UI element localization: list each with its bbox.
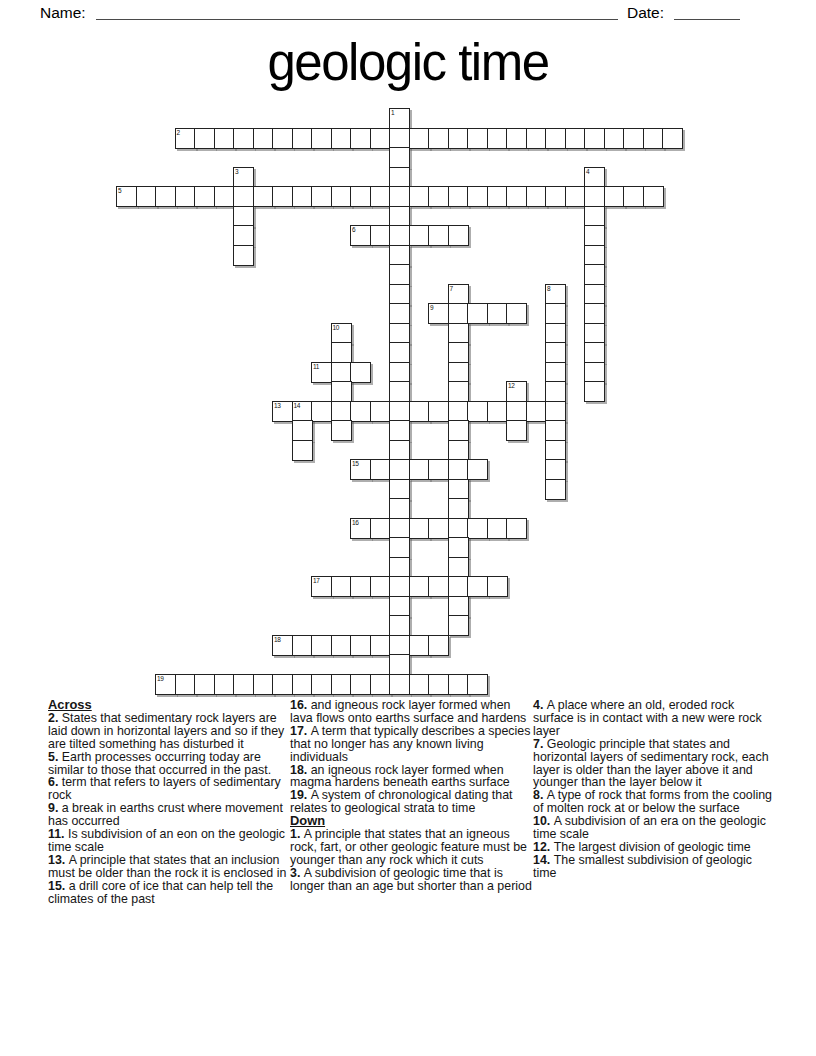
grid-cell-r18c13[interactable] — [370, 459, 391, 480]
clue-number-9: 9 — [430, 304, 433, 311]
grid-cell-r18c22[interactable] — [545, 459, 566, 480]
grid-cell-r27c16[interactable] — [428, 635, 449, 656]
grid-cell-r29c11[interactable] — [331, 674, 352, 695]
grid-cell-r29c5[interactable] — [214, 674, 235, 695]
grid-cell-r1c19[interactable] — [487, 128, 508, 149]
grid-cell-r21c12[interactable]: 16 — [350, 518, 371, 539]
clue-down-10: 10. A subdivision of an era on the geolo… — [533, 815, 775, 841]
grid-cell-r1c3[interactable]: 2 — [175, 128, 196, 149]
grid-cell-r27c15[interactable] — [409, 635, 430, 656]
grid-cell-r4c1[interactable] — [136, 186, 157, 207]
grid-cell-r13c14[interactable] — [389, 362, 410, 383]
clues-column-3: 4. A place where an old, eroded rock sur… — [533, 699, 775, 880]
grid-cell-r9c14[interactable] — [389, 284, 410, 305]
grid-cell-r8c24[interactable] — [584, 264, 605, 285]
date-label: Date: — [627, 4, 664, 22]
grid-cell-r3c6[interactable]: 3 — [233, 167, 254, 188]
grid-cell-r29c4[interactable] — [194, 674, 215, 695]
clue-number-14: 14 — [294, 402, 301, 409]
grid-cell-r1c5[interactable] — [214, 128, 235, 149]
grid-cell-r6c15[interactable] — [409, 225, 430, 246]
grid-cell-r17c22[interactable] — [545, 440, 566, 461]
grid-cell-r1c20[interactable] — [506, 128, 527, 149]
grid-cell-r15c15[interactable] — [409, 401, 430, 422]
grid-cell-r24c14[interactable] — [389, 576, 410, 597]
grid-cell-r21c15[interactable] — [409, 518, 430, 539]
grid-cell-r19c22[interactable] — [545, 479, 566, 500]
grid-cell-r21c14[interactable] — [389, 518, 410, 539]
grid-cell-r1c9[interactable] — [292, 128, 313, 149]
grid-cell-r1c11[interactable] — [331, 128, 352, 149]
grid-cell-r15c13[interactable] — [370, 401, 391, 422]
grid-cell-r26c17[interactable] — [448, 615, 469, 636]
grid-cell-r14c17[interactable] — [448, 381, 469, 402]
clue-down-4: 4. A place where an old, eroded rock sur… — [533, 699, 775, 738]
grid-cell-r11c11[interactable]: 10 — [331, 323, 352, 344]
clue-down-14: 14. The smallest subdivision of geologic… — [533, 854, 775, 880]
grid-cell-r20c17[interactable] — [448, 498, 469, 519]
grid-cell-r12c14[interactable] — [389, 342, 410, 363]
grid-cell-r29c2[interactable]: 19 — [155, 674, 176, 695]
grid-cell-r1c12[interactable] — [350, 128, 371, 149]
grid-cell-r4c24[interactable] — [584, 186, 605, 207]
grid-cell-r14c11[interactable] — [331, 381, 352, 402]
clue-num-label: 9. — [48, 801, 62, 815]
grid-cell-r6c24[interactable] — [584, 225, 605, 246]
clue-num-label: 15. — [48, 879, 69, 893]
grid-cell-r1c27[interactable] — [643, 128, 664, 149]
grid-cell-r23c14[interactable] — [389, 557, 410, 578]
clue-number-1: 1 — [391, 109, 394, 116]
grid-cell-r24c17[interactable] — [448, 576, 469, 597]
clue-across-2: 2. States that sedimentary rock layers a… — [48, 712, 288, 751]
name-label: Name: — [40, 4, 86, 22]
clue-across-11: 11. Is subdivision of an eon on the geol… — [48, 828, 288, 854]
grid-cell-r29c3[interactable] — [175, 674, 196, 695]
clue-number-18: 18 — [274, 636, 281, 643]
grid-cell-r18c15[interactable] — [409, 459, 430, 480]
grid-cell-r20c14[interactable] — [389, 498, 410, 519]
grid-cell-r4c5[interactable] — [214, 186, 235, 207]
grid-cell-r4c26[interactable] — [623, 186, 644, 207]
grid-cell-r6c13[interactable] — [370, 225, 391, 246]
grid-cell-r9c22[interactable]: 8 — [545, 284, 566, 305]
grid-cell-r15c17[interactable] — [448, 401, 469, 422]
grid-cell-r13c22[interactable] — [545, 362, 566, 383]
clue-num-label: 7. — [533, 737, 547, 751]
grid-cell-r27c13[interactable] — [370, 635, 391, 656]
grid-cell-r10c22[interactable] — [545, 303, 566, 324]
grid-cell-r29c7[interactable] — [253, 674, 274, 695]
clue-num-label: 8. — [533, 788, 547, 802]
grid-cell-r10c14[interactable] — [389, 303, 410, 324]
grid-cell-r13c12[interactable] — [350, 362, 371, 383]
grid-cell-r29c10[interactable] — [311, 674, 332, 695]
grid-cell-r4c22[interactable] — [545, 186, 566, 207]
grid-cell-r4c3[interactable] — [175, 186, 196, 207]
grid-cell-r24c18[interactable] — [467, 576, 488, 597]
grid-cell-r10c20[interactable] — [506, 303, 527, 324]
grid-cell-r10c24[interactable] — [584, 303, 605, 324]
grid-cell-r4c16[interactable] — [428, 186, 449, 207]
clue-across-17: 17. A term that typically describes a sp… — [290, 725, 533, 764]
grid-cell-r1c28[interactable] — [662, 128, 683, 149]
grid-cell-r29c16[interactable] — [428, 674, 449, 695]
grid-cell-r18c14[interactable] — [389, 459, 410, 480]
grid-cell-r29c12[interactable] — [350, 674, 371, 695]
grid-cell-r29c13[interactable] — [370, 674, 391, 695]
grid-cell-r21c20[interactable] — [506, 518, 527, 539]
grid-cell-r16c14[interactable] — [389, 420, 410, 441]
grid-cell-r4c27[interactable] — [643, 186, 664, 207]
clue-number-5: 5 — [118, 187, 121, 194]
clue-across-13: 13. A principle that states that an incl… — [48, 854, 288, 880]
puzzle-title: geologic time — [0, 33, 816, 92]
grid-cell-r6c6[interactable] — [233, 225, 254, 246]
grid-cell-r3c24[interactable]: 4 — [584, 167, 605, 188]
clue-number-3: 3 — [235, 168, 238, 175]
clue-num-label: 3. — [290, 866, 304, 880]
grid-cell-r4c23[interactable] — [565, 186, 586, 207]
grid-cell-r9c17[interactable]: 7 — [448, 284, 469, 305]
grid-cell-r4c4[interactable] — [194, 186, 215, 207]
clue-down-7: 7. Geologic principle that states and ho… — [533, 738, 775, 790]
grid-cell-r4c20[interactable] — [506, 186, 527, 207]
clue-num-label: 10. — [533, 814, 554, 828]
grid-cell-r1c26[interactable] — [623, 128, 644, 149]
grid-cell-r16c11[interactable] — [331, 420, 352, 441]
clue-across-9: 9. a break in earths crust where movemen… — [48, 802, 288, 828]
grid-cell-r10c16[interactable]: 9 — [428, 303, 449, 324]
clue-across-19: 19. A system of chronological dating tha… — [290, 789, 533, 815]
grid-cell-r8c14[interactable] — [389, 264, 410, 285]
grid-cell-r24c15[interactable] — [409, 576, 430, 597]
grid-cell-r1c6[interactable] — [233, 128, 254, 149]
grid-cell-r24c11[interactable] — [331, 576, 352, 597]
grid-cell-r27c14[interactable] — [389, 635, 410, 656]
grid-cell-r0c14[interactable]: 1 — [389, 108, 410, 129]
grid-cell-r1c8[interactable] — [272, 128, 293, 149]
grid-cell-r14c24[interactable] — [584, 381, 605, 402]
grid-cell-r4c12[interactable] — [350, 186, 371, 207]
grid-cell-r15c9[interactable]: 14 — [292, 401, 313, 422]
clue-number-2: 2 — [177, 129, 180, 136]
grid-cell-r1c25[interactable] — [604, 128, 625, 149]
grid-cell-r4c21[interactable] — [526, 186, 547, 207]
grid-cell-r5c6[interactable] — [233, 206, 254, 227]
grid-cell-r29c9[interactable] — [292, 674, 313, 695]
clue-num-label: 4. — [533, 698, 547, 712]
grid-cell-r2c14[interactable] — [389, 147, 410, 168]
grid-cell-r4c9[interactable] — [292, 186, 313, 207]
clue-number-11: 11 — [313, 363, 319, 370]
across-header: Across — [48, 699, 288, 712]
grid-cell-r5c14[interactable] — [389, 206, 410, 227]
grid-cell-r18c18[interactable] — [467, 459, 488, 480]
clue-down-1: 1. A principle that states that an igneo… — [290, 828, 533, 867]
grid-cell-r1c18[interactable] — [467, 128, 488, 149]
grid-cell-r15c20[interactable] — [506, 401, 527, 422]
grid-cell-r29c17[interactable] — [448, 674, 469, 695]
grid-cell-r17c9[interactable] — [292, 440, 313, 461]
grid-cell-r12c17[interactable] — [448, 342, 469, 363]
grid-cell-r11c14[interactable] — [389, 323, 410, 344]
clue-across-15: 15. a drill core of ice that can help te… — [48, 880, 288, 906]
clue-number-16: 16 — [352, 519, 359, 526]
grid-cell-r21c18[interactable] — [467, 518, 488, 539]
grid-cell-r1c17[interactable] — [448, 128, 469, 149]
grid-cell-r15c19[interactable] — [487, 401, 508, 422]
grid-cell-r4c7[interactable] — [253, 186, 274, 207]
grid-cell-r1c10[interactable] — [311, 128, 332, 149]
grid-cell-r15c22[interactable] — [545, 401, 566, 422]
grid-cell-r24c16[interactable] — [428, 576, 449, 597]
grid-cell-r4c19[interactable] — [487, 186, 508, 207]
clue-number-10: 10 — [333, 324, 340, 331]
grid-cell-r27c12[interactable] — [350, 635, 371, 656]
grid-cell-r16c9[interactable] — [292, 420, 313, 441]
clue-num-label: 6. — [48, 775, 62, 789]
grid-cell-r21c16[interactable] — [428, 518, 449, 539]
grid-cell-r16c22[interactable] — [545, 420, 566, 441]
grid-cell-r1c13[interactable] — [370, 128, 391, 149]
grid-cell-r6c14[interactable] — [389, 225, 410, 246]
grid-cell-r13c10[interactable]: 11 — [311, 362, 332, 383]
grid-cell-r1c14[interactable] — [389, 128, 410, 149]
grid-cell-r12c22[interactable] — [545, 342, 566, 363]
clue-number-15: 15 — [352, 460, 359, 467]
grid-cell-r4c18[interactable] — [467, 186, 488, 207]
grid-cell-r15c12[interactable] — [350, 401, 371, 422]
grid-cell-r22c14[interactable] — [389, 537, 410, 558]
grid-cell-r4c25[interactable] — [604, 186, 625, 207]
grid-cell-r5c24[interactable] — [584, 206, 605, 227]
clue-number-19: 19 — [157, 675, 164, 682]
grid-cell-r19c14[interactable] — [389, 479, 410, 500]
grid-cell-r28c14[interactable] — [389, 654, 410, 675]
grid-cell-r4c14[interactable] — [389, 186, 410, 207]
clue-number-6: 6 — [352, 226, 355, 233]
clue-num-label: 19. — [290, 788, 311, 802]
grid-cell-r12c24[interactable] — [584, 342, 605, 363]
grid-cell-r24c13[interactable] — [370, 576, 391, 597]
grid-cell-r11c24[interactable] — [584, 323, 605, 344]
grid-cell-r26c14[interactable] — [389, 615, 410, 636]
clue-number-12: 12 — [508, 382, 515, 389]
grid-cell-r11c17[interactable] — [448, 323, 469, 344]
grid-cell-r10c18[interactable] — [467, 303, 488, 324]
grid-cell-r15c11[interactable] — [331, 401, 352, 422]
grid-cell-r7c24[interactable] — [584, 245, 605, 266]
grid-cell-r15c18[interactable] — [467, 401, 488, 422]
clue-num-label: 5. — [48, 750, 62, 764]
grid-cell-r29c15[interactable] — [409, 674, 430, 695]
grid-cell-r25c17[interactable] — [448, 596, 469, 617]
grid-cell-r27c9[interactable] — [292, 635, 313, 656]
clue-num-label: 17. — [290, 724, 311, 738]
grid-cell-r4c15[interactable] — [409, 186, 430, 207]
grid-cell-r18c12[interactable]: 15 — [350, 459, 371, 480]
grid-cell-r27c8[interactable]: 18 — [272, 635, 293, 656]
grid-cell-r11c22[interactable] — [545, 323, 566, 344]
grid-cell-r15c10[interactable] — [311, 401, 332, 422]
name-blank-line[interactable] — [96, 19, 618, 20]
grid-cell-r21c17[interactable] — [448, 518, 469, 539]
grid-cell-r13c11[interactable] — [331, 362, 352, 383]
crossword-grid: 12345678910111213141516171819 — [116, 108, 683, 695]
clue-num-label: 2. — [48, 711, 62, 725]
grid-cell-r15c8[interactable]: 13 — [272, 401, 293, 422]
grid-cell-r4c2[interactable] — [155, 186, 176, 207]
clue-across-18: 18. an igneous rock layer formed when ma… — [290, 764, 533, 790]
clue-down-8: 8. A type of rock that forms from the co… — [533, 789, 775, 815]
grid-cell-r23c17[interactable] — [448, 557, 469, 578]
clue-num-label: 13. — [48, 853, 69, 867]
clue-num-label: 12. — [533, 840, 554, 854]
clue-number-7: 7 — [450, 285, 453, 292]
grid-cell-r16c17[interactable] — [448, 420, 469, 441]
grid-cell-r14c14[interactable] — [389, 381, 410, 402]
grid-cell-r6c12[interactable]: 6 — [350, 225, 371, 246]
grid-cell-r14c22[interactable] — [545, 381, 566, 402]
grid-cell-r27c11[interactable] — [331, 635, 352, 656]
grid-cell-r4c10[interactable] — [311, 186, 332, 207]
grid-cell-r1c21[interactable] — [526, 128, 547, 149]
clue-num-label: 11. — [48, 827, 68, 841]
grid-cell-r1c7[interactable] — [253, 128, 274, 149]
clue-across-16: 16. and igneous rock layer formed when l… — [290, 699, 533, 725]
clue-down-3: 3. A subdivision of geologic time that i… — [290, 867, 533, 893]
grid-cell-r15c21[interactable] — [526, 401, 547, 422]
date-blank-line[interactable] — [674, 19, 740, 20]
grid-cell-r1c22[interactable] — [545, 128, 566, 149]
grid-cell-r16c20[interactable] — [506, 420, 527, 441]
clue-number-17: 17 — [313, 577, 320, 584]
grid-cell-r17c17[interactable] — [448, 440, 469, 461]
grid-cell-r4c0[interactable]: 5 — [116, 186, 137, 207]
grid-cell-r21c19[interactable] — [487, 518, 508, 539]
grid-cell-r4c13[interactable] — [370, 186, 391, 207]
grid-cell-r18c16[interactable] — [428, 459, 449, 480]
grid-cell-r21c13[interactable] — [370, 518, 391, 539]
grid-cell-r1c15[interactable] — [409, 128, 430, 149]
grid-cell-r10c19[interactable] — [487, 303, 508, 324]
grid-cell-r1c24[interactable] — [584, 128, 605, 149]
clue-number-4: 4 — [586, 168, 589, 175]
grid-cell-r15c16[interactable] — [428, 401, 449, 422]
grid-cell-r13c24[interactable] — [584, 362, 605, 383]
grid-cell-r13c17[interactable] — [448, 362, 469, 383]
clue-across-5: 5. Earth processes occurring today are s… — [48, 751, 288, 777]
grid-cell-r4c6[interactable] — [233, 186, 254, 207]
grid-cell-r25c14[interactable] — [389, 596, 410, 617]
clue-down-12: 12. The largest division of geologic tim… — [533, 841, 775, 854]
grid-cell-r7c6[interactable] — [233, 245, 254, 266]
clue-num-label: 14. — [533, 853, 554, 867]
grid-cell-r3c14[interactable] — [389, 167, 410, 188]
grid-cell-r1c4[interactable] — [194, 128, 215, 149]
grid-cell-r24c10[interactable]: 17 — [311, 576, 332, 597]
grid-cell-r24c12[interactable] — [350, 576, 371, 597]
clues-column-1: Across2. States that sedimentary rock la… — [48, 699, 288, 906]
clue-num-label: 18. — [290, 763, 311, 777]
grid-cell-r1c23[interactable] — [565, 128, 586, 149]
clue-num-label: 1. — [290, 827, 304, 841]
clue-number-8: 8 — [547, 285, 550, 292]
grid-cell-r24c19[interactable] — [487, 576, 508, 597]
grid-cell-r22c17[interactable] — [448, 537, 469, 558]
grid-cell-r29c6[interactable] — [233, 674, 254, 695]
grid-cell-r17c14[interactable] — [389, 440, 410, 461]
clues-column-2: 16. and igneous rock layer formed when l… — [290, 699, 533, 893]
grid-cell-r29c8[interactable] — [272, 674, 293, 695]
grid-cell-r1c16[interactable] — [428, 128, 449, 149]
grid-cell-r19c17[interactable] — [448, 479, 469, 500]
grid-cell-r29c14[interactable] — [389, 674, 410, 695]
grid-cell-r4c17[interactable] — [448, 186, 469, 207]
clue-across-6: 6. term that refers to layers of sedimen… — [48, 776, 288, 802]
grid-cell-r10c17[interactable] — [448, 303, 469, 324]
grid-cell-r15c14[interactable] — [389, 401, 410, 422]
clue-num-label: 16. — [290, 698, 311, 712]
grid-cell-r6c16[interactable] — [428, 225, 449, 246]
grid-cell-r14c20[interactable]: 12 — [506, 381, 527, 402]
grid-cell-r18c17[interactable] — [448, 459, 469, 480]
grid-cell-r4c11[interactable] — [331, 186, 352, 207]
clue-number-13: 13 — [274, 402, 281, 409]
grid-cell-r6c17[interactable] — [448, 225, 469, 246]
grid-cell-r4c8[interactable] — [272, 186, 293, 207]
grid-cell-r29c18[interactable] — [467, 674, 488, 695]
grid-cell-r27c10[interactable] — [311, 635, 332, 656]
grid-cell-r12c11[interactable] — [331, 342, 352, 363]
grid-cell-r7c14[interactable] — [389, 245, 410, 266]
grid-cell-r9c24[interactable] — [584, 284, 605, 305]
